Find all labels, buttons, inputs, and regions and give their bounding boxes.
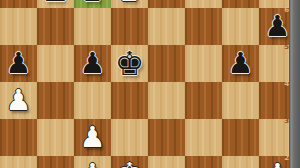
square-a2[interactable] (0, 156, 37, 168)
chess-board-viewport: ♜♛♛♟♟♟♚♟♟♟♟♚♟ 65432 (0, 0, 300, 168)
black-pawn[interactable]: ♟ (6, 49, 32, 78)
square-a6[interactable] (0, 8, 37, 45)
chess-board[interactable]: ♜♛♛♟♟♟♚♟♟♟♟♚♟ (0, 0, 296, 168)
square-g7[interactable] (222, 0, 259, 8)
square-f3[interactable] (185, 119, 222, 156)
square-c6[interactable] (74, 8, 111, 45)
square-c3[interactable]: ♟ (74, 119, 111, 156)
square-e6[interactable] (148, 8, 185, 45)
square-d2[interactable]: ♚ (111, 156, 148, 168)
square-b4[interactable] (37, 82, 74, 119)
square-d3[interactable] (111, 119, 148, 156)
square-b6[interactable] (37, 8, 74, 45)
black-king[interactable]: ♚ (115, 47, 145, 80)
square-e3[interactable] (148, 119, 185, 156)
square-a3[interactable] (0, 119, 37, 156)
black-pawn[interactable]: ♟ (228, 49, 254, 78)
square-b2[interactable] (37, 156, 74, 168)
square-b7[interactable]: ♜ (37, 0, 74, 8)
square-c2[interactable]: ♟ (74, 156, 111, 168)
square-b5[interactable] (37, 45, 74, 82)
white-king[interactable]: ♚ (115, 158, 145, 168)
square-c4[interactable] (74, 82, 111, 119)
square-e2[interactable] (148, 156, 185, 168)
square-d7[interactable]: ♛ (111, 0, 148, 8)
white-pawn[interactable]: ♟ (80, 160, 106, 168)
white-pawn[interactable]: ♟ (80, 123, 106, 152)
square-c5[interactable]: ♟ (74, 45, 111, 82)
square-b3[interactable] (37, 119, 74, 156)
square-g4[interactable] (222, 82, 259, 119)
black-queen[interactable]: ♛ (78, 0, 108, 6)
square-g5[interactable]: ♟ (222, 45, 259, 82)
white-pawn[interactable]: ♟ (6, 86, 32, 115)
black-pawn[interactable]: ♟ (80, 49, 106, 78)
square-d4[interactable] (111, 82, 148, 119)
square-f6[interactable] (185, 8, 222, 45)
square-g6[interactable] (222, 8, 259, 45)
square-c7[interactable]: ♛ (74, 0, 111, 8)
square-g3[interactable] (222, 119, 259, 156)
square-g2[interactable] (222, 156, 259, 168)
square-f2[interactable] (185, 156, 222, 168)
square-f4[interactable] (185, 82, 222, 119)
white-queen[interactable]: ♛ (115, 0, 145, 6)
square-a4[interactable]: ♟ (0, 82, 37, 119)
square-d5[interactable]: ♚ (111, 45, 148, 82)
square-d6[interactable] (111, 8, 148, 45)
square-e5[interactable] (148, 45, 185, 82)
square-e4[interactable] (148, 82, 185, 119)
black-rook[interactable]: ♜ (41, 0, 71, 6)
black-pawn[interactable]: ♟ (265, 12, 291, 41)
square-e7[interactable] (148, 0, 185, 8)
square-f5[interactable] (185, 45, 222, 82)
window-edge-strip (289, 0, 300, 168)
square-a5[interactable]: ♟ (0, 45, 37, 82)
white-pawn[interactable]: ♟ (265, 160, 291, 168)
square-a7[interactable] (0, 0, 37, 8)
square-f7[interactable] (185, 0, 222, 8)
